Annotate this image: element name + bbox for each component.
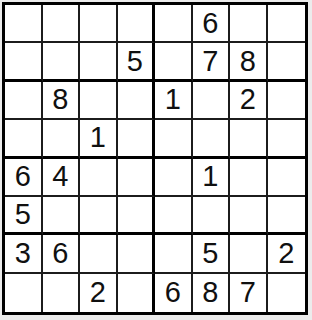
cell-r5c4[interactable] xyxy=(118,159,156,197)
cell-r5c2[interactable]: 4 xyxy=(43,159,81,197)
cell-r1c1[interactable] xyxy=(5,5,43,43)
cell-r4c5[interactable] xyxy=(155,120,193,158)
cell-r7c1[interactable]: 3 xyxy=(5,235,43,273)
cell-r1c8[interactable] xyxy=(268,5,306,43)
cell-r4c6[interactable] xyxy=(193,120,231,158)
cell-r4c3[interactable]: 1 xyxy=(80,120,118,158)
cell-r1c2[interactable] xyxy=(43,5,81,43)
cell-r6c2[interactable] xyxy=(43,197,81,235)
cell-r1c5[interactable] xyxy=(155,5,193,43)
cell-r4c1[interactable] xyxy=(5,120,43,158)
cell-r2c8[interactable] xyxy=(268,43,306,81)
cell-r3c3[interactable] xyxy=(80,82,118,120)
cell-r1c7[interactable] xyxy=(230,5,268,43)
cell-r3c7[interactable]: 2 xyxy=(230,82,268,120)
cell-r1c4[interactable] xyxy=(118,5,156,43)
cell-r8c5[interactable]: 6 xyxy=(155,274,193,312)
cell-r8c3[interactable]: 2 xyxy=(80,274,118,312)
cell-r7c2[interactable]: 6 xyxy=(43,235,81,273)
cell-r8c2[interactable] xyxy=(43,274,81,312)
cell-r8c4[interactable] xyxy=(118,274,156,312)
cell-r5c6[interactable]: 1 xyxy=(193,159,231,197)
sudoku-board: 65788121641536522687 xyxy=(2,2,308,315)
cell-r2c7[interactable]: 8 xyxy=(230,43,268,81)
cell-r4c8[interactable] xyxy=(268,120,306,158)
cell-r2c2[interactable] xyxy=(43,43,81,81)
cell-r8c8[interactable] xyxy=(268,274,306,312)
cell-r4c4[interactable] xyxy=(118,120,156,158)
cell-r2c5[interactable] xyxy=(155,43,193,81)
cell-r3c1[interactable] xyxy=(5,82,43,120)
cell-r7c4[interactable] xyxy=(118,235,156,273)
cell-r2c4[interactable]: 5 xyxy=(118,43,156,81)
cell-r3c5[interactable]: 1 xyxy=(155,82,193,120)
cell-r6c1[interactable]: 5 xyxy=(5,197,43,235)
cell-r6c5[interactable] xyxy=(155,197,193,235)
cell-r6c3[interactable] xyxy=(80,197,118,235)
cell-r5c3[interactable] xyxy=(80,159,118,197)
cell-r8c7[interactable]: 7 xyxy=(230,274,268,312)
cell-r5c7[interactable] xyxy=(230,159,268,197)
cell-r2c6[interactable]: 7 xyxy=(193,43,231,81)
cell-r4c2[interactable] xyxy=(43,120,81,158)
cell-r7c6[interactable]: 5 xyxy=(193,235,231,273)
cell-r6c7[interactable] xyxy=(230,197,268,235)
cell-r6c4[interactable] xyxy=(118,197,156,235)
cell-r7c5[interactable] xyxy=(155,235,193,273)
cell-r3c8[interactable] xyxy=(268,82,306,120)
cell-r8c6[interactable]: 8 xyxy=(193,274,231,312)
cell-r7c3[interactable] xyxy=(80,235,118,273)
cell-r3c4[interactable] xyxy=(118,82,156,120)
cell-r8c1[interactable] xyxy=(5,274,43,312)
cell-r6c8[interactable] xyxy=(268,197,306,235)
cell-r7c7[interactable] xyxy=(230,235,268,273)
cell-r5c8[interactable] xyxy=(268,159,306,197)
cell-r1c3[interactable] xyxy=(80,5,118,43)
cell-r3c2[interactable]: 8 xyxy=(43,82,81,120)
cell-r2c3[interactable] xyxy=(80,43,118,81)
cell-r3c6[interactable] xyxy=(193,82,231,120)
cell-r1c6[interactable]: 6 xyxy=(193,5,231,43)
cell-r2c1[interactable] xyxy=(5,43,43,81)
cell-r5c1[interactable]: 6 xyxy=(5,159,43,197)
cell-r7c8[interactable]: 2 xyxy=(268,235,306,273)
cell-r4c7[interactable] xyxy=(230,120,268,158)
cell-r5c5[interactable] xyxy=(155,159,193,197)
cell-r6c6[interactable] xyxy=(193,197,231,235)
